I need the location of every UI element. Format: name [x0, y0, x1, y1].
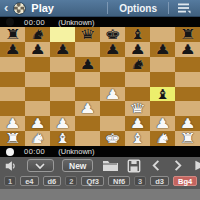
black-pawn-h7: ♟: [179, 43, 195, 56]
volume-button[interactable]: [4, 159, 18, 173]
square-e1[interactable]: ♚: [100, 131, 125, 146]
square-b2[interactable]: ♟: [25, 116, 50, 131]
move-chip-d6[interactable]: d6: [43, 176, 62, 186]
square-h4[interactable]: [175, 87, 200, 102]
square-h2[interactable]: ♟: [175, 116, 200, 131]
move-list: 1e4d62Qf3Nf63d3Bg4: [0, 174, 200, 189]
square-b6[interactable]: [25, 57, 50, 72]
square-f7[interactable]: ♟: [125, 42, 150, 57]
square-d8[interactable]: ♛: [75, 27, 100, 42]
black-queen-d8: ♛: [79, 28, 95, 41]
white-queen-f3: ♛: [129, 102, 145, 115]
square-f1[interactable]: ♝: [125, 131, 150, 146]
square-c7[interactable]: ♟: [50, 42, 75, 57]
black-pawn-e7: ♟: [104, 43, 120, 56]
square-e3[interactable]: [100, 101, 125, 116]
square-f5[interactable]: [125, 72, 150, 87]
white-pawn-b2: ♟: [29, 117, 45, 130]
white-bishop-f1: ♝: [129, 132, 145, 145]
square-e5[interactable]: [100, 72, 125, 87]
white-knight-g1: ♞: [154, 132, 170, 145]
square-g3[interactable]: [150, 101, 175, 116]
square-g6[interactable]: [150, 57, 175, 72]
black-rook-a8: ♜: [4, 28, 20, 41]
square-c4[interactable]: [50, 87, 75, 102]
square-a7[interactable]: ♟: [0, 42, 25, 57]
black-knight-f6: ♞: [129, 58, 145, 71]
square-a4[interactable]: [0, 87, 25, 102]
move-chip-Bg4[interactable]: Bg4: [173, 176, 197, 186]
white-turn-disc-icon: [6, 148, 14, 156]
move-number-3[interactable]: 3: [134, 176, 146, 186]
square-a8[interactable]: ♜: [0, 27, 25, 42]
new-game-button[interactable]: New: [62, 159, 93, 172]
square-b3[interactable]: [25, 101, 50, 116]
square-f2[interactable]: ♟: [125, 116, 150, 131]
white-bishop-c1: ♝: [54, 132, 70, 145]
square-b5[interactable]: [25, 72, 50, 87]
next-move-button[interactable]: [171, 159, 184, 172]
square-g7[interactable]: ♟: [150, 42, 175, 57]
black-knight-b8: ♞: [29, 28, 45, 41]
square-h3[interactable]: [175, 101, 200, 116]
back-icon[interactable]: ‹: [4, 0, 8, 15]
black-pawn-f7: ♟: [129, 43, 145, 56]
play-forward-button[interactable]: [193, 159, 200, 172]
app-bar: ‹ Play Options: [0, 0, 200, 17]
black-bishop-g4: ♝: [154, 87, 170, 100]
square-g8[interactable]: [150, 27, 175, 42]
app-bar-divider: [168, 2, 169, 14]
black-pawn-d6: ♟: [79, 58, 95, 71]
square-f4[interactable]: [125, 87, 150, 102]
white-pawn-e4: ♟: [104, 87, 120, 100]
move-number-1[interactable]: 1: [4, 176, 16, 186]
chess-board: ♜♞♛♚♝♜♟♟♟♟♟♟♟♟♞♟♝♟♛♟♟♟♟♟♟♜♞♝♚♝♞♜: [0, 27, 200, 146]
square-d6[interactable]: ♟: [75, 57, 100, 72]
square-c2[interactable]: ♟: [50, 116, 75, 131]
black-pawn-a7: ♟: [4, 43, 20, 56]
page-title: Play: [31, 2, 54, 14]
square-a6[interactable]: [0, 57, 25, 72]
square-e6[interactable]: [100, 57, 125, 72]
square-e2[interactable]: [100, 116, 125, 131]
square-f6[interactable]: ♞: [125, 57, 150, 72]
footer-area: [0, 189, 200, 200]
white-status-bar: 00:00 (Unknown): [0, 146, 200, 157]
white-king-e1: ♚: [104, 132, 120, 145]
black-king-e8: ♚: [104, 28, 120, 41]
black-status-bar: 00:00 (Unknown): [0, 17, 200, 27]
move-chip-e4[interactable]: e4: [20, 176, 38, 186]
move-chip-d3[interactable]: d3: [150, 176, 169, 186]
black-rook-h8: ♜: [179, 28, 195, 41]
square-h1[interactable]: ♜: [175, 131, 200, 146]
collapse-button[interactable]: [27, 159, 54, 172]
square-a3[interactable]: [0, 101, 25, 116]
square-h7[interactable]: ♟: [175, 42, 200, 57]
square-h6[interactable]: [175, 57, 200, 72]
white-clock: 00:00: [24, 147, 45, 156]
app-bar-divider: [107, 2, 108, 14]
square-c5[interactable]: [50, 72, 75, 87]
white-rook-h1: ♜: [179, 132, 195, 145]
square-g4[interactable]: ♝: [150, 87, 175, 102]
white-pawn-h2: ♟: [179, 117, 195, 130]
square-d2[interactable]: [75, 116, 100, 131]
square-c6[interactable]: [50, 57, 75, 72]
white-player-name: (Unknown): [58, 147, 94, 156]
open-folder-button[interactable]: [102, 159, 119, 172]
square-a1[interactable]: ♜: [0, 131, 25, 146]
square-b4[interactable]: [25, 87, 50, 102]
square-b1[interactable]: ♞: [25, 131, 50, 146]
square-h8[interactable]: ♜: [175, 27, 200, 42]
white-pawn-d3: ♟: [79, 102, 95, 115]
toolbar: New: [0, 157, 200, 174]
square-g2[interactable]: ♟: [150, 116, 175, 131]
square-a5[interactable]: [0, 72, 25, 87]
white-pawn-a2: ♟: [4, 117, 20, 130]
square-e4[interactable]: ♟: [100, 87, 125, 102]
square-c8[interactable]: [50, 27, 75, 42]
square-e8[interactable]: ♚: [100, 27, 125, 42]
square-b7[interactable]: ♟: [25, 42, 50, 57]
square-d7[interactable]: [75, 42, 100, 57]
square-f8[interactable]: ♝: [125, 27, 150, 42]
options-button[interactable]: Options: [119, 3, 157, 14]
square-d5[interactable]: [75, 72, 100, 87]
square-d1[interactable]: [75, 131, 100, 146]
chessboard-app-icon: [13, 2, 26, 15]
black-pawn-b7: ♟: [29, 43, 45, 56]
white-pawn-f2: ♟: [129, 117, 145, 130]
save-button[interactable]: [127, 159, 141, 173]
square-c1[interactable]: ♝: [50, 131, 75, 146]
square-e7[interactable]: ♟: [100, 42, 125, 57]
black-turn-disc-icon: [6, 18, 14, 26]
black-clock: 00:00: [24, 18, 45, 27]
square-h5[interactable]: [175, 72, 200, 87]
square-g1[interactable]: ♞: [150, 131, 175, 146]
black-pawn-c7: ♟: [54, 43, 70, 56]
square-d3[interactable]: ♟: [75, 101, 100, 116]
square-g5[interactable]: [150, 72, 175, 87]
black-bishop-f8: ♝: [129, 28, 145, 41]
black-player-name: (Unknown): [58, 18, 94, 27]
white-rook-a1: ♜: [4, 132, 20, 145]
move-chip-Qf3[interactable]: Qf3: [81, 176, 104, 186]
square-d4[interactable]: [75, 87, 100, 102]
white-knight-b1: ♞: [29, 132, 45, 145]
previous-move-button[interactable]: [150, 159, 163, 172]
move-chip-Nf6[interactable]: Nf6: [108, 176, 130, 186]
square-f3[interactable]: ♛: [125, 101, 150, 116]
chess-app-screen: ‹ Play Options 00:00 (Unknown) ♜♞♛♚♝♜♟♟♟…: [0, 0, 200, 200]
move-number-2[interactable]: 2: [65, 176, 77, 186]
white-pawn-c2: ♟: [54, 117, 70, 130]
square-b8[interactable]: ♞: [25, 27, 50, 42]
square-a2[interactable]: ♟: [0, 116, 25, 131]
black-pawn-g7: ♟: [154, 43, 170, 56]
square-c3[interactable]: [50, 101, 75, 116]
white-pawn-g2: ♟: [154, 117, 170, 130]
overflow-menu-icon[interactable]: [177, 2, 191, 14]
